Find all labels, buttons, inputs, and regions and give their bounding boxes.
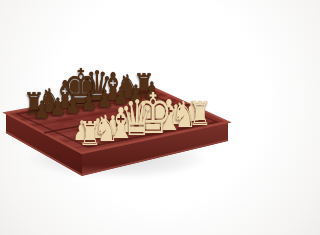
chess-set-photo: ♜♞♝♚♛♝♞♜♟♟♟♟♟♟♟♟♟♟♟♟♟♟♟♟♜♞♝♛♚♝♞♜ bbox=[0, 0, 235, 235]
board-base bbox=[0, 0, 235, 235]
